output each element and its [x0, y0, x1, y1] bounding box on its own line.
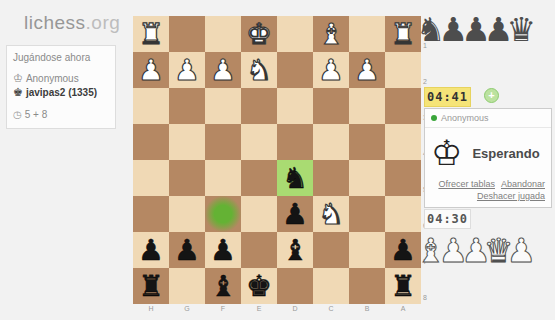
opponent-clock: 04:41 — [424, 87, 471, 107]
file-label-d: D — [277, 304, 313, 314]
square-f7[interactable]: ♟ — [205, 232, 241, 268]
captured-white-bishop: ♝ — [416, 231, 439, 270]
captured-white-pawn: ♟ — [506, 231, 529, 270]
black-king-icon: ♚ — [13, 86, 23, 99]
square-f6[interactable] — [205, 196, 241, 232]
square-h3[interactable] — [133, 88, 169, 124]
piece-white-bishop[interactable]: ♝ — [318, 20, 344, 49]
rank-label-8: 8 — [423, 268, 431, 304]
square-d7[interactable]: ♝ — [277, 232, 313, 268]
square-a5[interactable] — [385, 160, 421, 196]
captured-black-queen: ♛ — [506, 10, 529, 49]
square-g6[interactable] — [169, 196, 205, 232]
captured-black-knight: ♞ — [416, 10, 439, 49]
piece-black-rook[interactable]: ♜ — [138, 272, 164, 301]
captured-black-pieces-tray: ♞♟♟♟♛ — [416, 10, 539, 50]
square-c6[interactable]: ♞ — [313, 196, 349, 232]
online-status-dot — [431, 115, 437, 121]
square-d8[interactable] — [277, 268, 313, 304]
captured-white-queen: ♛ — [484, 231, 507, 270]
lichess-logo[interactable]: lichess.org — [24, 12, 120, 34]
file-label-b: B — [349, 304, 385, 314]
piece-white-knight[interactable]: ♞ — [318, 200, 344, 229]
square-b4[interactable] — [349, 124, 385, 160]
captured-white-pawn: ♟ — [439, 231, 462, 270]
square-a1[interactable]: ♜ — [385, 16, 421, 52]
game-action-links: Ofrecer tablasAbandonar Deshacer jugada — [425, 175, 551, 202]
opponent-status-row: Anonymous — [425, 109, 551, 128]
time-control-value: 5 + 8 — [25, 109, 48, 120]
square-c7[interactable] — [313, 232, 349, 268]
piece-white-knight[interactable]: ♞ — [246, 56, 272, 85]
player-clock: 04:30 — [424, 209, 471, 229]
piece-white-pawn[interactable]: ♟ — [354, 56, 380, 85]
square-c2[interactable]: ♟ — [313, 52, 349, 88]
square-g2[interactable]: ♟ — [169, 52, 205, 88]
square-e5[interactable] — [241, 160, 277, 196]
square-f1[interactable] — [205, 16, 241, 52]
file-coordinates: HGFEDCBA — [133, 304, 421, 314]
square-f2[interactable]: ♟ — [205, 52, 241, 88]
square-b1[interactable] — [349, 16, 385, 52]
status-panel: Anonymous ♔ Esperando Ofrecer tablasAban… — [424, 108, 552, 208]
chess-board[interactable]: ♜♚♝♜♟♟♟♞♟♟♞♟♞♟♟♟♝♟♜♝♚♜ — [133, 16, 421, 304]
captured-white-pieces-tray: ♝♟♟♛♟ — [416, 231, 539, 271]
opponent-name: Anonymous — [441, 113, 489, 123]
lichess-game-page: lichess.org Jugándose ahora ♔Anonymous ♚… — [0, 0, 555, 320]
square-e7[interactable] — [241, 232, 277, 268]
square-g5[interactable] — [169, 160, 205, 196]
square-f5[interactable] — [205, 160, 241, 196]
square-a8[interactable]: ♜ — [385, 268, 421, 304]
square-d1[interactable] — [277, 16, 313, 52]
square-d5[interactable]: ♞ — [277, 160, 313, 196]
captured-black-pawn: ♟ — [439, 10, 462, 49]
square-g1[interactable] — [169, 16, 205, 52]
square-f4[interactable] — [205, 124, 241, 160]
piece-black-bishop[interactable]: ♝ — [210, 272, 236, 301]
captured-white-pawn: ♟ — [461, 231, 484, 270]
add-time-button[interactable]: + — [484, 88, 499, 103]
piece-black-pawn[interactable]: ♟ — [390, 236, 416, 265]
piece-white-pawn[interactable]: ♟ — [318, 56, 344, 85]
piece-white-king[interactable]: ♚ — [246, 20, 272, 49]
piece-white-rook[interactable]: ♜ — [138, 20, 164, 49]
game-info-box: Jugándose ahora ♔Anonymous ♚javipas2 (13… — [6, 45, 116, 129]
clock-icon: ◷ — [13, 109, 22, 120]
square-c5[interactable] — [313, 160, 349, 196]
square-b6[interactable] — [349, 196, 385, 232]
white-king-icon: ♔ — [13, 72, 23, 85]
square-b7[interactable] — [349, 232, 385, 268]
time-control-row: ◷5 + 8 — [13, 109, 109, 120]
file-label-c: C — [313, 304, 349, 314]
resign-link[interactable]: Abandonar — [501, 179, 545, 189]
piece-white-rook[interactable]: ♜ — [390, 20, 416, 49]
square-a7[interactable]: ♟ — [385, 232, 421, 268]
logo-suffix: .org — [86, 12, 121, 33]
square-b3[interactable] — [349, 88, 385, 124]
piece-black-bishop[interactable]: ♝ — [282, 236, 308, 265]
logo-main: lichess — [24, 12, 86, 33]
piece-white-pawn[interactable]: ♟ — [138, 56, 164, 85]
square-c8[interactable] — [313, 268, 349, 304]
white-king-large-icon: ♔ — [431, 133, 462, 173]
piece-black-pawn[interactable]: ♟ — [138, 236, 164, 265]
square-a6[interactable] — [385, 196, 421, 232]
piece-black-pawn[interactable]: ♟ — [282, 200, 308, 229]
square-f8[interactable]: ♝ — [205, 268, 241, 304]
square-a2[interactable] — [385, 52, 421, 88]
square-b2[interactable]: ♟ — [349, 52, 385, 88]
square-e4[interactable] — [241, 124, 277, 160]
square-c1[interactable]: ♝ — [313, 16, 349, 52]
piece-black-rook[interactable]: ♜ — [390, 272, 416, 301]
square-e8[interactable]: ♚ — [241, 268, 277, 304]
piece-black-knight[interactable]: ♞ — [282, 164, 308, 193]
square-g4[interactable] — [169, 124, 205, 160]
square-h8[interactable]: ♜ — [133, 268, 169, 304]
square-h6[interactable] — [133, 196, 169, 232]
file-label-f: F — [205, 304, 241, 314]
file-label-g: G — [169, 304, 205, 314]
waiting-area: ♔ Esperando — [425, 128, 551, 175]
square-b8[interactable] — [349, 268, 385, 304]
square-d6[interactable]: ♟ — [277, 196, 313, 232]
square-d2[interactable] — [277, 52, 313, 88]
square-h1[interactable]: ♜ — [133, 16, 169, 52]
offer-draw-link[interactable]: Ofrecer tablas — [438, 179, 495, 189]
square-e1[interactable]: ♚ — [241, 16, 277, 52]
piece-black-pawn[interactable]: ♟ — [210, 236, 236, 265]
file-label-a: A — [385, 304, 421, 314]
piece-white-pawn[interactable]: ♟ — [210, 56, 236, 85]
square-h5[interactable] — [133, 160, 169, 196]
square-a3[interactable] — [385, 88, 421, 124]
square-f3[interactable] — [205, 88, 241, 124]
piece-black-king[interactable]: ♚ — [246, 272, 272, 301]
square-e6[interactable] — [241, 196, 277, 232]
square-d4[interactable] — [277, 124, 313, 160]
captured-black-pawn: ♟ — [484, 10, 507, 49]
white-player-name: Anonymous — [26, 73, 79, 84]
piece-black-pawn[interactable]: ♟ — [174, 236, 200, 265]
square-c3[interactable] — [313, 88, 349, 124]
square-a4[interactable] — [385, 124, 421, 160]
piece-white-pawn[interactable]: ♟ — [174, 56, 200, 85]
file-label-e: E — [241, 304, 277, 314]
square-h7[interactable]: ♟ — [133, 232, 169, 268]
rank-label-2: 2 — [423, 52, 431, 88]
square-b5[interactable] — [349, 160, 385, 196]
game-status-label: Jugándose ahora — [13, 52, 109, 63]
file-label-h: H — [133, 304, 169, 314]
waiting-label: Esperando — [472, 146, 539, 161]
square-h4[interactable] — [133, 124, 169, 160]
captured-black-pawn: ♟ — [461, 10, 484, 49]
takeback-link[interactable]: Deshacer jugada — [477, 191, 545, 201]
square-h2[interactable]: ♟ — [133, 52, 169, 88]
player-row-white[interactable]: ♔Anonymous — [13, 72, 109, 86]
square-g7[interactable]: ♟ — [169, 232, 205, 268]
square-g3[interactable] — [169, 88, 205, 124]
square-g8[interactable] — [169, 268, 205, 304]
player-row-black[interactable]: ♚javipas2 (1335) — [13, 86, 109, 100]
square-d3[interactable] — [277, 88, 313, 124]
square-e3[interactable] — [241, 88, 277, 124]
square-e2[interactable]: ♞ — [241, 52, 277, 88]
square-c4[interactable] — [313, 124, 349, 160]
black-player-name: javipas2 (1335) — [26, 87, 97, 98]
